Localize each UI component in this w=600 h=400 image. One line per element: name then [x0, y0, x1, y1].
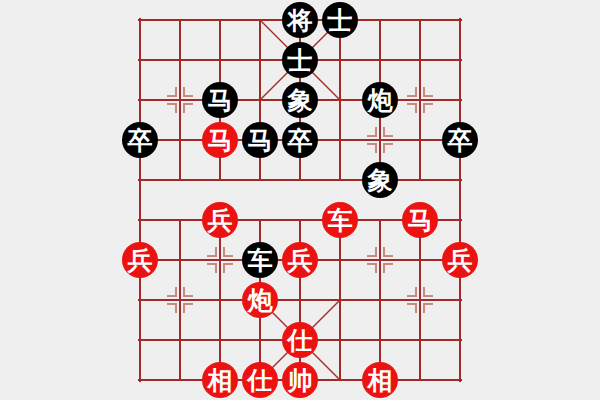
piece-red-horse-3-4[interactable]: 马: [202, 122, 238, 158]
piece-red-chariot-6-6[interactable]: 车: [322, 202, 358, 238]
piece-black-elephant-7-5[interactable]: 象: [362, 162, 398, 198]
piece-red-cannon-4-8[interactable]: 炮: [242, 282, 278, 318]
piece-black-cannon-7-3[interactable]: 炮: [362, 82, 398, 118]
piece-red-elephant-7-10[interactable]: 相: [362, 362, 398, 398]
piece-black-advisor-5-2[interactable]: 士: [282, 42, 318, 78]
piece-black-soldier-1-4[interactable]: 卒: [122, 122, 158, 158]
piece-red-elephant-3-10[interactable]: 相: [202, 362, 238, 398]
piece-red-soldier-9-7[interactable]: 兵: [442, 242, 478, 278]
piece-grid: 将士士马象炮卒马马卒卒象兵车马兵车兵兵炮仕相仕帅相: [120, 0, 480, 400]
piece-red-soldier-5-7[interactable]: 兵: [282, 242, 318, 278]
piece-red-soldier-1-7[interactable]: 兵: [122, 242, 158, 278]
piece-black-soldier-9-4[interactable]: 卒: [442, 122, 478, 158]
piece-black-horse-3-3[interactable]: 马: [202, 82, 238, 118]
piece-red-general-5-10[interactable]: 帅: [282, 362, 318, 398]
piece-black-chariot-4-7[interactable]: 车: [242, 242, 278, 278]
piece-black-general-5-1[interactable]: 将: [282, 2, 318, 38]
piece-black-elephant-5-3[interactable]: 象: [282, 82, 318, 118]
piece-black-soldier-5-4[interactable]: 卒: [282, 122, 318, 158]
piece-red-horse-8-6[interactable]: 马: [402, 202, 438, 238]
piece-red-soldier-3-6[interactable]: 兵: [202, 202, 238, 238]
xiangqi-board: 将士士马象炮卒马马卒卒象兵车马兵车兵兵炮仕相仕帅相: [0, 0, 600, 400]
piece-red-advisor-4-10[interactable]: 仕: [242, 362, 278, 398]
piece-black-advisor-6-1[interactable]: 士: [322, 2, 358, 38]
piece-black-horse-4-4[interactable]: 马: [242, 122, 278, 158]
piece-red-advisor-5-9[interactable]: 仕: [282, 322, 318, 358]
